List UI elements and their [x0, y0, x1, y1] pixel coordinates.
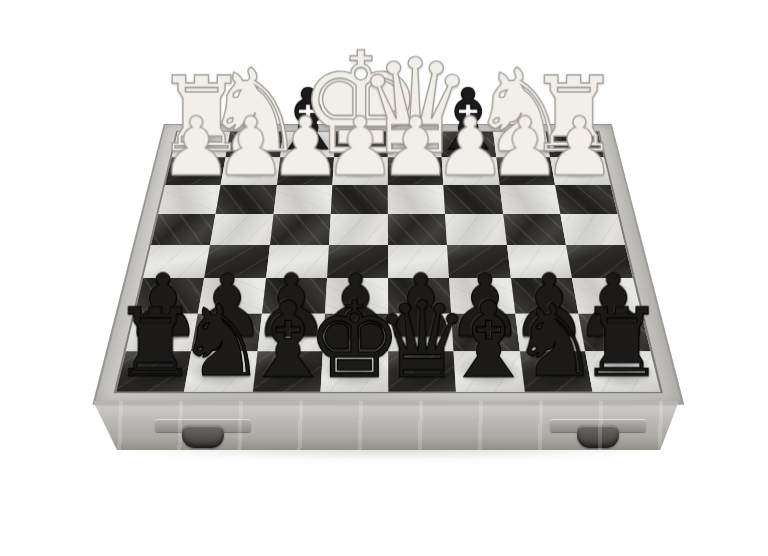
rook-glyph: ♜: [580, 296, 665, 391]
square-h3: [158, 185, 221, 214]
photo-stage: ♜♞♝♚♛♝♞♜♟♟♟♟♟♟♟♟♟♟♟♟♟♟♟♟♜♞♝♚♛♝♞♜: [0, 0, 768, 556]
square-d4: [388, 214, 447, 245]
square-c4: [445, 214, 506, 245]
box-front-panel: [93, 401, 679, 450]
square-h4: [151, 214, 216, 245]
square-b3: [499, 185, 560, 214]
square-a3: [555, 185, 618, 214]
latch-hasp: [577, 425, 619, 448]
latch-left: [155, 419, 251, 449]
square-b4: [503, 214, 566, 245]
square-e4: [329, 214, 388, 245]
latch-plate: [550, 419, 646, 432]
square-c3: [444, 185, 503, 214]
latch-hasp: [182, 425, 224, 448]
square-g3: [216, 185, 277, 214]
latch-plate: [155, 419, 251, 432]
chess-board-grid: ♜♞♝♚♛♝♞♜♟♟♟♟♟♟♟♟♟♟♟♟♟♟♟♟♜♞♝♚♛♝♞♜: [116, 132, 660, 392]
chess-board: ♜♞♝♚♛♝♞♜♟♟♟♟♟♟♟♟♟♟♟♟♟♟♟♟♜♞♝♚♛♝♞♜: [92, 124, 684, 405]
square-a4: [560, 214, 625, 245]
square-f3: [273, 185, 332, 214]
latch-right: [550, 419, 646, 449]
square-f4: [270, 214, 331, 245]
square-d3: [388, 185, 445, 214]
square-e3: [331, 185, 388, 214]
square-g4: [210, 214, 273, 245]
